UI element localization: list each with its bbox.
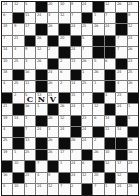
cell-number: 6 — [60, 70, 62, 74]
grid-cell[interactable]: 12 — [105, 161, 115, 171]
black-cell — [2, 93, 12, 103]
cell-number: 7 — [25, 127, 27, 131]
grid-cell[interactable]: 5 — [93, 59, 103, 69]
cell-number: 15 — [71, 93, 75, 97]
grid-cell[interactable]: 10 — [59, 2, 69, 12]
cell-number: 7 — [60, 184, 62, 188]
cell-number: 19 — [3, 150, 7, 154]
cell-number: 2 — [48, 47, 50, 51]
grid-cell[interactable]: 1 — [59, 161, 69, 171]
grid-cell[interactable]: 7 — [105, 13, 115, 23]
cell-number: 26 — [48, 81, 52, 85]
cell-number: 7 — [117, 36, 119, 40]
black-cell — [105, 104, 115, 114]
grid-cell[interactable]: 24 — [36, 184, 46, 194]
grid-cell[interactable]: 25 — [128, 70, 138, 80]
cell-number: 13 — [71, 59, 75, 63]
cell-number: 14 — [117, 127, 121, 131]
grid-cell[interactable]: 23 — [116, 93, 126, 103]
cell-number: 18 — [3, 70, 7, 74]
grid-cell[interactable]: 1 — [13, 150, 23, 160]
grid-cell[interactable]: 14 — [116, 127, 126, 137]
cell-number: 5 — [3, 184, 5, 188]
grid-cell[interactable]: 19 — [2, 116, 12, 126]
grid-cell[interactable]: 24 — [59, 127, 69, 137]
grid-cell[interactable]: 26 — [71, 138, 81, 148]
grid-cell[interactable]: 12 — [82, 173, 92, 183]
codeword-grid: 2412520108241226236112431271781891726242… — [1, 1, 139, 196]
grid-cell[interactable]: 12 — [93, 104, 103, 114]
cell-number: 1 — [37, 104, 39, 108]
given-letter-cell[interactable]: 13N — [36, 93, 46, 103]
cell-number: 26 — [128, 138, 132, 142]
grid-cell[interactable]: 25 — [25, 150, 35, 160]
grid-cell[interactable]: 8 — [71, 2, 81, 12]
grid-cell[interactable]: 16 — [2, 173, 12, 183]
grid-cell[interactable]: 26 — [59, 104, 69, 114]
grid-cell[interactable]: 5 — [2, 184, 12, 194]
grid-cell[interactable]: 26 — [48, 24, 58, 34]
grid-cell[interactable]: 24 — [71, 161, 81, 171]
grid-cell[interactable]: 7 — [71, 13, 81, 23]
grid-cell[interactable]: 6 — [105, 59, 115, 69]
cell-number: 26 — [48, 150, 52, 154]
cell-number: 6 — [3, 13, 5, 17]
black-cell — [71, 116, 81, 126]
cell-number: 26 — [37, 59, 41, 63]
grid-cell[interactable]: 26 — [128, 81, 138, 91]
cell-number: 7 — [37, 161, 39, 165]
cell-number: 3 — [25, 59, 27, 63]
black-cell — [105, 81, 115, 91]
grid-cell[interactable]: 1 — [36, 104, 46, 114]
black-cell — [59, 24, 69, 34]
grid-cell[interactable]: 9 — [13, 24, 23, 34]
grid-cell[interactable]: 26 — [82, 59, 92, 69]
cell-number: 23 — [117, 93, 121, 97]
grid-cell[interactable]: 1 — [82, 104, 92, 114]
grid-cell[interactable]: 7 — [59, 184, 69, 194]
grid-cell[interactable]: 16 — [128, 150, 138, 160]
cell-number: 11 — [25, 81, 29, 85]
grid-cell[interactable]: 24 — [36, 127, 46, 137]
cell-number: 24 — [71, 24, 75, 28]
black-cell — [93, 161, 103, 171]
grid-cell[interactable]: 5 — [82, 36, 92, 46]
grid-cell[interactable]: 24 — [71, 104, 81, 114]
cell-number: 1 — [14, 150, 16, 154]
grid-cell[interactable]: 1 — [128, 104, 138, 114]
grid-cell[interactable]: 26 — [48, 116, 58, 126]
grid-cell[interactable]: 20 — [59, 36, 69, 46]
grid-cell[interactable]: 6 — [2, 13, 12, 23]
grid-cell[interactable]: 26 — [36, 59, 46, 69]
given-letter-cell[interactable]: 5C — [25, 93, 35, 103]
cell-number: 5 — [25, 2, 27, 6]
black-cell — [128, 93, 138, 103]
black-cell — [116, 138, 126, 148]
grid-cell[interactable]: 2 — [59, 81, 69, 91]
grid-cell[interactable]: 4 — [36, 173, 46, 183]
grid-cell[interactable]: 12 — [13, 2, 23, 12]
grid-cell[interactable]: 2 — [13, 93, 23, 103]
grid-cell[interactable]: 11 — [105, 127, 115, 137]
cell-number: 17 — [25, 24, 29, 28]
grid-cell[interactable]: 24 — [48, 70, 58, 80]
grid-cell[interactable]: 17 — [116, 161, 126, 171]
grid-cell[interactable]: 4 — [2, 81, 12, 91]
grid-cell[interactable]: 24 — [71, 173, 81, 183]
cell-number: 24 — [82, 138, 86, 142]
grid-cell[interactable]: 3 — [48, 13, 58, 23]
black-cell — [59, 93, 69, 103]
cell-number: 11 — [105, 127, 109, 131]
grid-cell[interactable]: 13 — [71, 59, 81, 69]
cell-number: 24 — [37, 127, 41, 131]
grid-cell[interactable]: 23 — [128, 2, 138, 12]
grid-cell[interactable]: 4 — [13, 47, 23, 57]
black-cell — [48, 59, 58, 69]
black-cell — [116, 116, 126, 126]
black-cell — [116, 150, 126, 160]
cell-number: 13 — [25, 138, 29, 142]
grid-cell[interactable]: 18 — [2, 70, 12, 80]
black-cell — [36, 150, 46, 160]
grid-cell[interactable]: 26 — [93, 150, 103, 160]
cell-number: 8 — [128, 13, 130, 17]
grid-cell[interactable]: 1 — [93, 13, 103, 23]
cell-number: 12 — [105, 2, 109, 6]
black-cell — [13, 104, 23, 114]
grid-cell[interactable]: 25 — [13, 81, 23, 91]
grid-cell[interactable]: 17 — [59, 150, 69, 160]
grid-cell[interactable]: 16 — [25, 104, 35, 114]
cell-number: 26 — [48, 116, 52, 120]
grid-cell[interactable]: 6 — [93, 116, 103, 126]
grid-cell[interactable]: 24 — [116, 70, 126, 80]
grid-cell[interactable]: 10 — [105, 150, 115, 160]
cell-number: 24 — [117, 104, 121, 108]
black-cell — [82, 13, 92, 23]
cell-number: 12 — [37, 47, 41, 51]
grid-cell[interactable]: 2 — [48, 47, 58, 57]
cell-number: 6 — [105, 59, 107, 63]
grid-cell[interactable]: 1 — [25, 184, 35, 194]
grid-cell[interactable]: 10 — [13, 161, 23, 171]
grid-cell[interactable]: 24 — [128, 36, 138, 46]
cell-number: 10 — [60, 2, 64, 6]
cell-number: 1 — [94, 13, 96, 17]
grid-cell[interactable]: 24 — [82, 138, 92, 148]
grid-cell[interactable]: 13 — [25, 138, 35, 148]
grid-cell[interactable]: 8 — [48, 173, 58, 183]
cell-number: 24 — [71, 47, 75, 51]
cell-number: 1 — [94, 81, 96, 85]
cell-number: 21 — [3, 104, 7, 108]
cell-number: 24 — [3, 2, 7, 6]
grid-cell[interactable]: 21 — [25, 173, 35, 183]
black-cell — [48, 36, 58, 46]
grid-cell[interactable]: 8 — [128, 13, 138, 23]
cell-number: 14 — [105, 116, 109, 120]
grid-cell[interactable]: 26 — [128, 47, 138, 57]
cell-number: 24 — [117, 184, 121, 188]
cell-number: 1 — [60, 161, 62, 165]
grid-cell[interactable]: 11 — [25, 13, 35, 23]
cell-number: 1 — [128, 104, 130, 108]
cell-number: 2 — [60, 59, 62, 63]
black-cell — [128, 173, 138, 183]
black-cell — [36, 2, 46, 12]
cell-number: 23 — [128, 59, 132, 63]
grid-cell[interactable]: 25 — [82, 81, 92, 91]
grid-cell[interactable]: 12 — [105, 2, 115, 12]
cell-number: 20 — [60, 36, 64, 40]
cell-letter: N — [36, 95, 46, 104]
cell-number: 7 — [3, 36, 5, 40]
grid-cell[interactable]: 5 — [128, 116, 138, 126]
cell-number: 10 — [3, 59, 7, 63]
cell-number: 18 — [3, 24, 7, 28]
grid-cell[interactable]: 14 — [2, 47, 12, 57]
grid-cell[interactable]: 12 — [48, 184, 58, 194]
grid-cell[interactable]: 19 — [2, 150, 12, 160]
cell-number: 26 — [48, 24, 52, 28]
grid-cell[interactable]: 24 — [36, 13, 46, 23]
grid-cell[interactable]: 21 — [2, 104, 12, 114]
black-cell — [116, 59, 126, 69]
black-cell — [36, 138, 46, 148]
grid-cell[interactable]: 11 — [25, 81, 35, 91]
grid-cell[interactable]: 26 — [48, 81, 58, 91]
cell-number: 24 — [60, 127, 64, 131]
cell-number: 26 — [71, 138, 75, 142]
black-cell — [82, 184, 92, 194]
grid-cell[interactable]: 24 — [82, 2, 92, 12]
cell-number: 16 — [3, 173, 7, 177]
grid-cell[interactable]: 26 — [93, 24, 103, 34]
cell-number: 3 — [25, 116, 27, 120]
grid-cell[interactable]: 7 — [82, 47, 92, 57]
cell-number: 4 — [117, 81, 119, 85]
grid-cell[interactable]: 26 — [36, 36, 46, 46]
cell-number: 8 — [71, 2, 73, 6]
grid-cell[interactable]: 4 — [105, 93, 115, 103]
grid-cell[interactable]: 7 — [2, 36, 12, 46]
grid-cell[interactable]: 2 — [59, 59, 69, 69]
grid-cell[interactable]: 4 — [116, 81, 126, 91]
black-cell — [2, 161, 12, 171]
cell-number: 14 — [14, 116, 18, 120]
black-cell — [105, 173, 115, 183]
grid-cell[interactable]: 26 — [48, 138, 58, 148]
cell-number: 12 — [117, 173, 121, 177]
grid-cell[interactable]: 26 — [48, 150, 58, 160]
cell-number: 25 — [14, 81, 18, 85]
grid-cell[interactable]: 1 — [93, 81, 103, 91]
black-cell — [93, 127, 103, 137]
grid-cell[interactable]: 10 — [13, 184, 23, 194]
cell-number: 6 — [82, 161, 84, 165]
cell-number: 24 — [71, 173, 75, 177]
grid-cell[interactable]: 17 — [25, 24, 35, 34]
cell-number: 20 — [48, 2, 52, 6]
cell-number: 4 — [3, 127, 5, 131]
cell-number: 8 — [48, 173, 50, 177]
grid-cell[interactable]: 15 — [71, 93, 81, 103]
grid-cell[interactable]: 3 — [25, 116, 35, 126]
grid-cell[interactable]: 6 — [82, 161, 92, 171]
grid-cell[interactable]: 20 — [48, 2, 58, 12]
grid-cell[interactable]: 7 — [25, 127, 35, 137]
grid-cell[interactable]: 21 — [13, 36, 23, 46]
cell-number: 7 — [82, 47, 84, 51]
grid-cell[interactable]: 24 — [105, 24, 115, 34]
grid-cell[interactable]: 7 — [116, 47, 126, 57]
grid-cell[interactable]: 25 — [82, 24, 92, 34]
grid-cell[interactable]: 25 — [128, 184, 138, 194]
cell-number: 14 — [71, 81, 75, 85]
cell-number: 4 — [3, 81, 5, 85]
cell-number: 26 — [94, 70, 98, 74]
cell-number: 25 — [3, 138, 7, 142]
grid-cell[interactable]: 23 — [128, 59, 138, 69]
grid-cell[interactable]: 7 — [82, 93, 92, 103]
grid-cell[interactable]: 18 — [2, 24, 12, 34]
cell-letter: V — [48, 95, 58, 104]
cell-number: 26 — [94, 150, 98, 154]
black-cell — [105, 70, 115, 80]
cell-number: 26 — [48, 138, 52, 142]
cell-number: 24 — [105, 24, 109, 28]
cell-number: 10 — [14, 184, 18, 188]
grid-cell[interactable]: 25 — [2, 138, 12, 148]
cell-number: 2 — [94, 138, 96, 142]
cell-number: 26 — [117, 2, 121, 6]
grid-cell[interactable]: 24 — [82, 127, 92, 137]
cell-number: 12 — [48, 184, 52, 188]
grid-cell[interactable]: 3 — [25, 59, 35, 69]
black-cell — [105, 36, 115, 46]
grid-cell[interactable]: 20 — [93, 173, 103, 183]
black-cell — [59, 47, 69, 57]
black-cell — [128, 127, 138, 137]
black-cell — [59, 138, 69, 148]
grid-cell[interactable]: 2 — [71, 184, 81, 194]
cell-number: 12 — [128, 24, 132, 28]
black-cell — [13, 70, 23, 80]
cell-number: 20 — [94, 173, 98, 177]
cell-number: 12 — [60, 13, 64, 17]
grid-cell[interactable]: 12 — [59, 116, 69, 126]
grid-cell[interactable]: 14 — [71, 81, 81, 91]
codeword-puzzle: 2412520108241226236112431271781891726242… — [0, 0, 140, 196]
cell-number: 26 — [94, 24, 98, 28]
grid-cell[interactable]: 12 — [59, 13, 69, 23]
black-cell — [48, 104, 58, 114]
grid-cell[interactable]: 14 — [105, 116, 115, 126]
given-letter-cell[interactable]: 21V — [48, 93, 58, 103]
grid-cell[interactable]: 7 — [71, 150, 81, 160]
cell-number: 9 — [25, 47, 27, 51]
black-cell — [71, 127, 81, 137]
grid-cell[interactable]: 2 — [93, 138, 103, 148]
grid-cell[interactable]: 24 — [71, 47, 81, 57]
cell-number: 24 — [71, 161, 75, 165]
cell-number: 26 — [128, 81, 132, 85]
cell-number: 19 — [3, 116, 7, 120]
black-cell — [36, 24, 46, 34]
cell-number: 7 — [71, 13, 73, 17]
grid-cell[interactable]: 23 — [82, 116, 92, 126]
black-cell — [116, 24, 126, 34]
grid-cell[interactable]: 6 — [59, 70, 69, 80]
cell-number: 12 — [105, 161, 109, 165]
cell-number: 7 — [105, 13, 107, 17]
grid-cell[interactable]: 24 — [2, 2, 12, 12]
cell-number: 7 — [117, 47, 119, 51]
grid-cell[interactable]: 24 — [116, 104, 126, 114]
cell-number: 23 — [82, 116, 86, 120]
cell-number: 25 — [14, 59, 18, 63]
black-cell — [36, 81, 46, 91]
grid-cell[interactable]: 1 — [82, 70, 92, 80]
black-cell — [93, 93, 103, 103]
grid-cell[interactable]: 7 — [36, 161, 46, 171]
cell-number: 10 — [14, 161, 18, 165]
grid-cell[interactable]: 12 — [128, 24, 138, 34]
cell-number: 24 — [71, 104, 75, 108]
black-cell — [13, 13, 23, 23]
cell-number: 7 — [82, 93, 84, 97]
black-cell — [93, 47, 103, 57]
grid-cell[interactable]: 7 — [93, 184, 103, 194]
grid-cell[interactable]: 12 — [116, 173, 126, 183]
grid-cell[interactable]: 25 — [13, 59, 23, 69]
cell-number: 5 — [94, 59, 96, 63]
cell-number: 23 — [128, 2, 132, 6]
cell-number: 26 — [82, 59, 86, 63]
cell-number: 1 — [105, 184, 107, 188]
black-cell — [82, 150, 92, 160]
grid-cell[interactable]: 26 — [93, 70, 103, 80]
grid-cell[interactable]: 12 — [36, 47, 46, 57]
grid-cell[interactable]: 16 — [25, 70, 35, 80]
grid-cell[interactable]: 10 — [2, 59, 12, 69]
grid-cell[interactable]: 1 — [105, 184, 115, 194]
grid-cell[interactable]: 24 — [116, 184, 126, 194]
cell-number: 16 — [25, 70, 29, 74]
grid-cell[interactable]: 4 — [2, 127, 12, 137]
grid-cell[interactable]: 7 — [116, 36, 126, 46]
grid-cell[interactable]: 26 — [128, 138, 138, 148]
cell-number: 1 — [25, 184, 27, 188]
cell-number: 12 — [60, 116, 64, 120]
cell-letter: C — [25, 95, 35, 104]
grid-cell[interactable]: 3 — [48, 127, 58, 137]
grid-cell[interactable]: 14 — [13, 116, 23, 126]
grid-cell[interactable]: 5 — [25, 2, 35, 12]
grid-cell[interactable]: 23 — [128, 161, 138, 171]
grid-cell[interactable]: 24 — [71, 24, 81, 34]
grid-cell[interactable]: 9 — [25, 47, 35, 57]
cell-number: 21 — [14, 36, 18, 40]
grid-cell[interactable]: 26 — [116, 2, 126, 12]
black-cell — [13, 138, 23, 148]
cell-number: 24 — [37, 13, 41, 17]
cell-number: 2 — [60, 81, 62, 85]
cell-number: 5 — [128, 116, 130, 120]
